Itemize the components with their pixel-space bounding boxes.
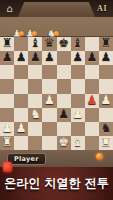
square-h7[interactable]: ♟ [99, 51, 113, 65]
square-h1[interactable]: ♜ [99, 136, 113, 150]
top-bar-plank [18, 2, 95, 17]
ad-banner[interactable]: 온라인 치열한 전투 [0, 167, 113, 200]
square-d7[interactable]: ♟ [42, 51, 56, 65]
player-name-badge: Player [7, 153, 46, 165]
square-a2[interactable]: ♟ [0, 122, 14, 136]
square-a3[interactable] [0, 108, 14, 122]
square-f5[interactable] [71, 79, 85, 93]
white-rook-h1[interactable]: ♜ [101, 136, 112, 148]
square-h6[interactable] [99, 65, 113, 79]
square-e1[interactable]: ♚ [57, 136, 71, 150]
square-h5[interactable] [99, 79, 113, 93]
square-d2[interactable] [42, 122, 56, 136]
square-d3[interactable] [42, 108, 56, 122]
square-c3[interactable]: ♞ [28, 108, 42, 122]
black-pawn-c7[interactable]: ♟ [30, 51, 41, 63]
white-knight-c3[interactable]: ♞ [30, 108, 41, 120]
square-h4[interactable]: ♟ [99, 94, 113, 108]
square-g1[interactable] [85, 136, 99, 150]
captured-white-pawn: ♟ [25, 23, 35, 36]
square-g2[interactable] [85, 122, 99, 136]
black-bishop-c8[interactable]: ♝ [30, 37, 41, 49]
captured-white-pawn: ♟ [12, 23, 22, 36]
capture-count-badge [19, 31, 24, 36]
square-c5[interactable] [28, 79, 42, 93]
ad-text: 온라인 치열한 전투 [4, 175, 108, 192]
white-pawn-f3[interactable]: ♟ [72, 108, 83, 120]
black-king-e8[interactable]: ♚ [58, 37, 69, 49]
square-g5[interactable] [85, 79, 99, 93]
square-e7[interactable] [57, 51, 71, 65]
ad-flame-icon [3, 162, 12, 172]
white-pawn-b2[interactable]: ♟ [16, 122, 27, 134]
captured-pieces-tray: ♟♟♞ [0, 17, 113, 37]
square-g8[interactable] [85, 37, 99, 51]
capture-count-badge [54, 31, 59, 36]
square-e8[interactable]: ♚ [57, 37, 71, 51]
square-a1[interactable]: ♜ [0, 136, 14, 150]
top-bar: ⌂ AI [0, 0, 113, 17]
square-d6[interactable] [42, 65, 56, 79]
capture-count-badge [32, 31, 37, 36]
square-f4[interactable] [71, 94, 85, 108]
square-a7[interactable]: ♟ [0, 51, 14, 65]
white-bishop-f1[interactable]: ♝ [72, 136, 83, 148]
black-pawn-b7[interactable]: ♟ [16, 51, 27, 63]
square-d8[interactable]: ♛ [42, 37, 56, 51]
square-e2[interactable] [57, 122, 71, 136]
square-b5[interactable] [14, 79, 28, 93]
square-g3[interactable] [85, 108, 99, 122]
square-g7[interactable]: ♟ [85, 51, 99, 65]
black-pawn-e3[interactable]: ♟ [58, 108, 69, 120]
black-pawn-a7[interactable]: ♟ [2, 51, 13, 63]
chess-board[interactable]: ♜♝♛♚♝♜♟♟♟♟♟♟♟♟♟♟♞♟♟♟♟♞♜♚♝♜ [0, 37, 113, 150]
captured-white-knight: ♞ [47, 23, 57, 36]
opponent-name-label: AI [97, 4, 107, 13]
white-pawn-d4[interactable]: ♟ [44, 94, 55, 106]
square-b4[interactable] [14, 94, 28, 108]
square-f3[interactable]: ♟ [71, 108, 85, 122]
square-b2[interactable]: ♟ [14, 122, 28, 136]
square-b7[interactable]: ♟ [14, 51, 28, 65]
white-pawn-a2[interactable]: ♟ [2, 122, 13, 134]
square-c1[interactable] [28, 136, 42, 150]
square-b8[interactable] [14, 37, 28, 51]
square-f2[interactable] [71, 122, 85, 136]
square-e3[interactable]: ♟ [57, 108, 71, 122]
white-pawn-g4[interactable]: ♟ [86, 94, 97, 106]
square-d1[interactable] [42, 136, 56, 150]
square-c7[interactable]: ♟ [28, 51, 42, 65]
black-rook-h8[interactable]: ♜ [101, 37, 112, 49]
square-e6[interactable] [57, 65, 71, 79]
square-e5[interactable] [57, 79, 71, 93]
square-c8[interactable]: ♝ [28, 37, 42, 51]
square-h2[interactable]: ♞ [99, 122, 113, 136]
square-d4[interactable]: ♟ [42, 94, 56, 108]
square-c4[interactable] [28, 94, 42, 108]
square-h3[interactable] [99, 108, 113, 122]
square-d5[interactable] [42, 79, 56, 93]
square-b3[interactable] [14, 108, 28, 122]
square-f6[interactable] [71, 65, 85, 79]
square-a5[interactable] [0, 79, 14, 93]
square-g6[interactable] [85, 65, 99, 79]
white-pawn-h4[interactable]: ♟ [101, 94, 112, 106]
white-king-e1[interactable]: ♚ [58, 136, 69, 148]
black-knight-h2[interactable]: ♞ [101, 122, 112, 134]
square-f8[interactable]: ♝ [71, 37, 85, 51]
white-rook-a1[interactable]: ♜ [2, 136, 13, 148]
square-f7[interactable]: ♟ [71, 51, 85, 65]
square-f1[interactable]: ♝ [71, 136, 85, 150]
square-h8[interactable]: ♜ [99, 37, 113, 51]
black-queen-d8[interactable]: ♛ [44, 37, 55, 49]
square-b1[interactable] [14, 136, 28, 150]
square-g4[interactable]: ♟ [85, 94, 99, 108]
black-bishop-f8[interactable]: ♝ [72, 37, 83, 49]
square-a4[interactable] [0, 94, 14, 108]
square-a8[interactable]: ♜ [0, 37, 14, 51]
square-c2[interactable] [28, 122, 42, 136]
black-pawn-h7[interactable]: ♟ [101, 51, 112, 63]
square-b6[interactable] [14, 65, 28, 79]
black-pawn-g7[interactable]: ♟ [86, 51, 97, 63]
black-pawn-d7[interactable]: ♟ [44, 51, 55, 63]
black-pawn-f7[interactable]: ♟ [72, 51, 83, 63]
square-e4[interactable] [57, 94, 71, 108]
black-rook-a8[interactable]: ♜ [2, 37, 13, 49]
home-button[interactable]: ⌂ [4, 3, 15, 14]
turn-indicator-dot [96, 153, 103, 160]
square-c6[interactable] [28, 65, 42, 79]
square-a6[interactable] [0, 65, 14, 79]
